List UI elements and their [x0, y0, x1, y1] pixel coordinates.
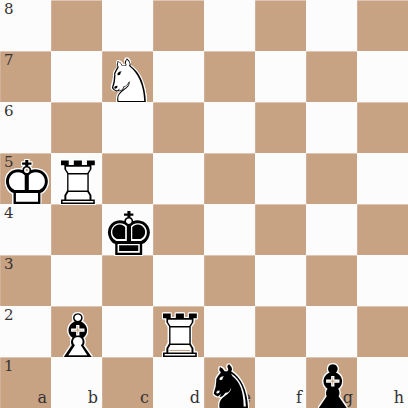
- rank-label-7: 7: [4, 53, 14, 68]
- square-g5[interactable]: [306, 153, 357, 204]
- square-a2[interactable]: 2: [0, 306, 51, 357]
- square-h2[interactable]: [357, 306, 408, 357]
- square-d4[interactable]: [153, 204, 204, 255]
- square-e4[interactable]: [204, 204, 255, 255]
- file-label-c: c: [140, 390, 149, 406]
- square-e8[interactable]: [204, 0, 255, 51]
- square-h3[interactable]: [357, 255, 408, 306]
- square-a1[interactable]: 1a: [0, 357, 51, 408]
- rank-label-8: 8: [4, 2, 14, 17]
- piece-glyph: ♝: [306, 357, 360, 408]
- piece-outline-layer: ♘: [102, 51, 156, 111]
- rank-label-3: 3: [4, 257, 14, 272]
- square-h8[interactable]: [357, 0, 408, 51]
- square-f8[interactable]: [255, 0, 306, 51]
- square-e6[interactable]: [204, 102, 255, 153]
- piece-outline-layer: ♖: [51, 153, 105, 213]
- black-bishop[interactable]: ♝: [306, 357, 357, 408]
- square-b6[interactable]: [51, 102, 102, 153]
- square-d8[interactable]: [153, 0, 204, 51]
- piece-outline-layer: ♗: [51, 306, 105, 366]
- square-h7[interactable]: [357, 51, 408, 102]
- square-d5[interactable]: [153, 153, 204, 204]
- file-label-f: f: [296, 390, 302, 406]
- square-h5[interactable]: [357, 153, 408, 204]
- square-f4[interactable]: [255, 204, 306, 255]
- square-d3[interactable]: [153, 255, 204, 306]
- square-b7[interactable]: [51, 51, 102, 102]
- square-h1[interactable]: h: [357, 357, 408, 408]
- square-g4[interactable]: [306, 204, 357, 255]
- file-label-h: h: [394, 390, 404, 406]
- square-e5[interactable]: [204, 153, 255, 204]
- square-g1[interactable]: g♝: [306, 357, 357, 408]
- white-knight[interactable]: ♞♘: [102, 51, 153, 102]
- square-b3[interactable]: [51, 255, 102, 306]
- piece-glyph: ♞: [204, 357, 258, 408]
- square-a5[interactable]: 5♚♔: [0, 153, 51, 204]
- black-knight[interactable]: ♞: [204, 357, 255, 408]
- file-label-a: a: [37, 390, 47, 406]
- square-e3[interactable]: [204, 255, 255, 306]
- square-f5[interactable]: [255, 153, 306, 204]
- square-g8[interactable]: [306, 0, 357, 51]
- square-d2[interactable]: ♜♖: [153, 306, 204, 357]
- white-bishop[interactable]: ♝♗: [51, 306, 102, 357]
- square-c1[interactable]: c: [102, 357, 153, 408]
- piece-outline-layer: ♔: [0, 153, 54, 213]
- square-e7[interactable]: [204, 51, 255, 102]
- square-f7[interactable]: [255, 51, 306, 102]
- square-h6[interactable]: [357, 102, 408, 153]
- chess-board: 87♞♘65♚♔♜♖4♚32♝♗♜♖1abcde♞fg♝h: [0, 0, 408, 408]
- piece-outline-layer: ♖: [153, 306, 207, 366]
- square-f6[interactable]: [255, 102, 306, 153]
- square-h4[interactable]: [357, 204, 408, 255]
- square-c7[interactable]: ♞♘: [102, 51, 153, 102]
- square-c5[interactable]: [102, 153, 153, 204]
- square-e1[interactable]: e♞: [204, 357, 255, 408]
- piece-glyph: ♚: [102, 204, 156, 264]
- file-label-b: b: [88, 390, 98, 406]
- square-b8[interactable]: [51, 0, 102, 51]
- square-c8[interactable]: [102, 0, 153, 51]
- square-a6[interactable]: 6: [0, 102, 51, 153]
- white-king[interactable]: ♚♔: [0, 153, 51, 204]
- square-a3[interactable]: 3: [0, 255, 51, 306]
- square-g7[interactable]: [306, 51, 357, 102]
- square-g3[interactable]: [306, 255, 357, 306]
- square-a7[interactable]: 7: [0, 51, 51, 102]
- black-king[interactable]: ♚: [102, 204, 153, 255]
- square-g2[interactable]: [306, 306, 357, 357]
- rank-label-2: 2: [4, 308, 14, 323]
- square-d6[interactable]: [153, 102, 204, 153]
- square-d7[interactable]: [153, 51, 204, 102]
- square-f2[interactable]: [255, 306, 306, 357]
- white-rook[interactable]: ♜♖: [51, 153, 102, 204]
- square-b5[interactable]: ♜♖: [51, 153, 102, 204]
- square-b2[interactable]: ♝♗: [51, 306, 102, 357]
- square-c2[interactable]: [102, 306, 153, 357]
- square-f1[interactable]: f: [255, 357, 306, 408]
- file-label-d: d: [190, 390, 200, 406]
- square-e2[interactable]: [204, 306, 255, 357]
- square-f3[interactable]: [255, 255, 306, 306]
- rank-label-1: 1: [4, 359, 14, 374]
- white-rook[interactable]: ♜♖: [153, 306, 204, 357]
- square-a8[interactable]: 8: [0, 0, 51, 51]
- square-c4[interactable]: ♚: [102, 204, 153, 255]
- square-g6[interactable]: [306, 102, 357, 153]
- rank-label-6: 6: [4, 104, 14, 119]
